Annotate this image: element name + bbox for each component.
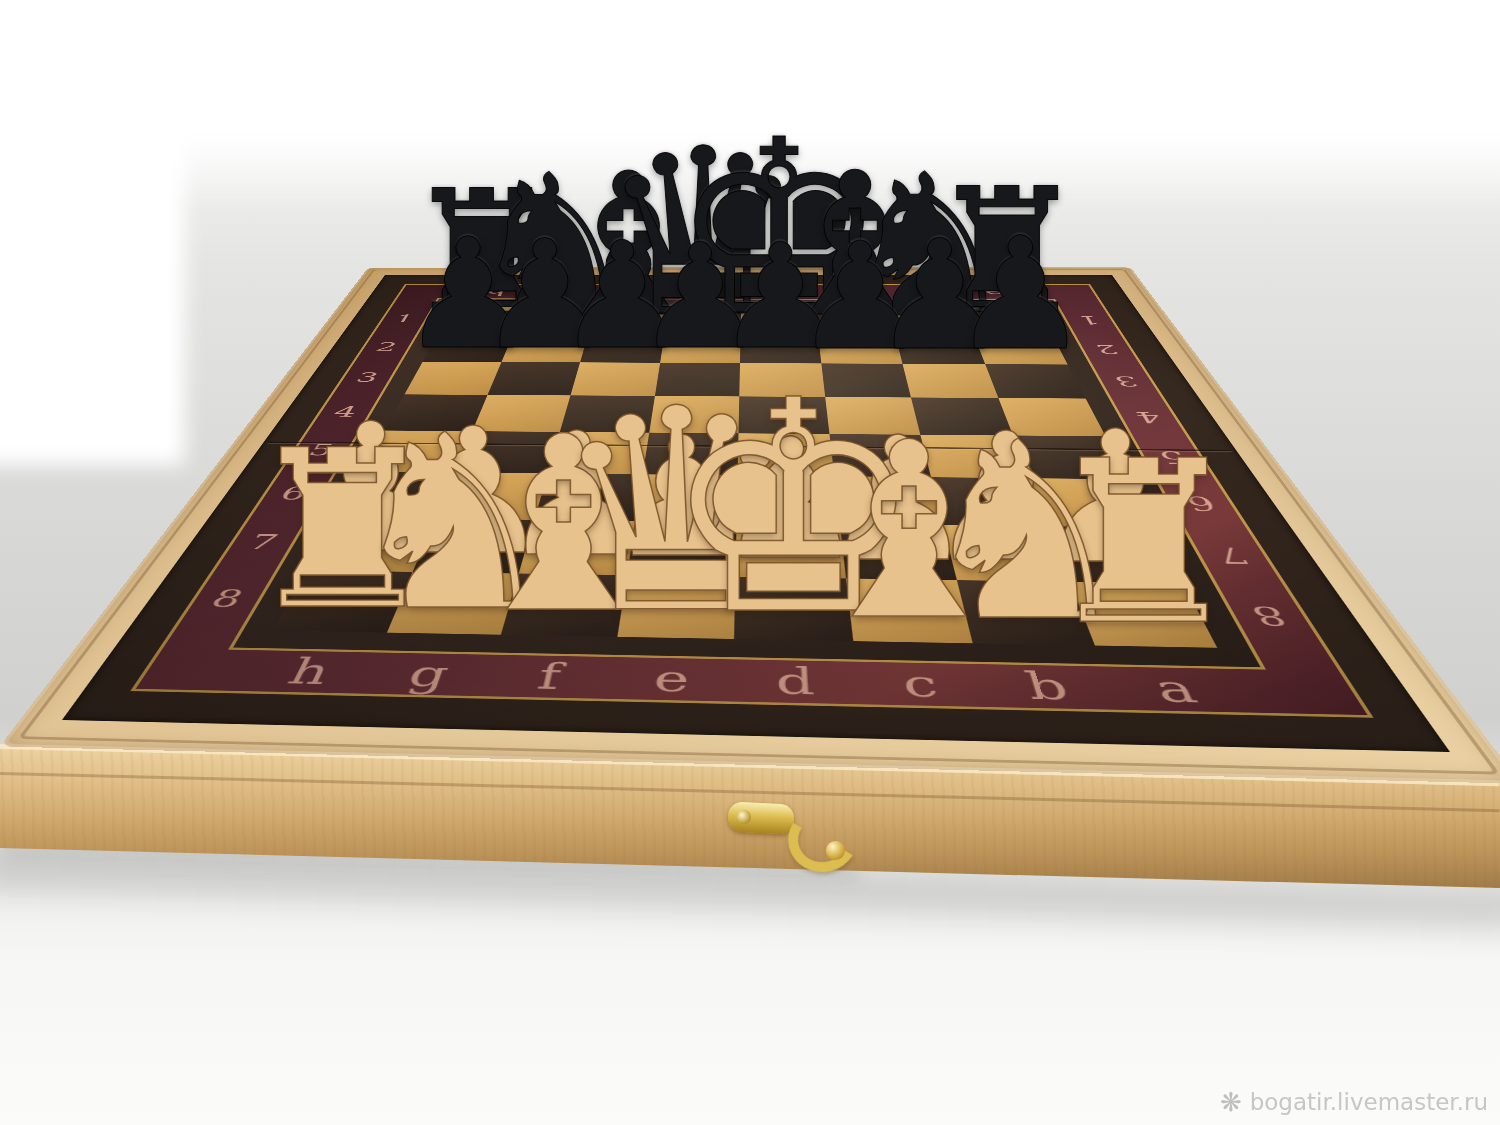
square-e4 bbox=[649, 396, 740, 434]
square-h3 bbox=[405, 362, 501, 395]
square-b5 bbox=[920, 435, 1029, 478]
square-c4 bbox=[825, 397, 921, 435]
square-d4 bbox=[738, 396, 829, 434]
square-h1 bbox=[439, 306, 525, 333]
watermark: ❋ bogatir.livemaster.ru bbox=[1220, 1087, 1488, 1117]
square-e3 bbox=[655, 363, 740, 397]
square-e8 bbox=[617, 575, 736, 639]
file-label-near-e: e bbox=[652, 658, 691, 701]
file-label-far-c: c bbox=[838, 285, 860, 299]
square-g6 bbox=[435, 472, 548, 520]
square-f8 bbox=[501, 573, 627, 637]
square-e7 bbox=[626, 521, 736, 576]
square-g3 bbox=[487, 362, 580, 395]
square-d8 bbox=[734, 576, 853, 641]
square-f6 bbox=[534, 473, 642, 521]
square-d7 bbox=[735, 522, 845, 578]
square-g4 bbox=[472, 395, 571, 432]
file-label-near-d: d bbox=[775, 660, 816, 703]
square-f4 bbox=[560, 395, 655, 432]
square-c5 bbox=[829, 434, 931, 477]
square-b3 bbox=[903, 364, 998, 398]
square-f5 bbox=[548, 432, 649, 474]
square-g2 bbox=[501, 333, 589, 363]
square-a3 bbox=[985, 364, 1086, 398]
file-label-far-e: e bbox=[695, 285, 717, 299]
square-b4 bbox=[911, 397, 1013, 435]
square-f1 bbox=[589, 306, 669, 333]
file-label-far-d: d bbox=[766, 285, 789, 299]
square-g7 bbox=[412, 519, 534, 574]
square-e5 bbox=[642, 433, 738, 475]
square-c3 bbox=[821, 363, 911, 397]
square-d5 bbox=[738, 433, 834, 476]
watermark-text: bogatir.livemaster.ru bbox=[1250, 1089, 1488, 1115]
square-b2 bbox=[895, 334, 985, 364]
square-a2 bbox=[973, 334, 1068, 365]
square-c7 bbox=[839, 524, 957, 580]
square-d1 bbox=[741, 306, 818, 333]
square-e1 bbox=[664, 306, 741, 333]
flower-gear-icon: ❋ bbox=[1220, 1087, 1242, 1117]
square-c2 bbox=[817, 333, 902, 363]
square-c1 bbox=[814, 306, 895, 333]
square-f3 bbox=[571, 362, 660, 395]
square-f7 bbox=[519, 520, 635, 575]
square-b6 bbox=[931, 477, 1048, 526]
square-c6 bbox=[834, 476, 943, 525]
square-b1 bbox=[888, 306, 973, 333]
square-d3 bbox=[739, 363, 824, 397]
file-label-far-b: b bbox=[907, 285, 934, 299]
brass-clasp-ball bbox=[826, 841, 845, 860]
square-c8 bbox=[845, 578, 972, 643]
file-label-far-g: g bbox=[552, 285, 579, 299]
brass-clasp-screw bbox=[737, 810, 751, 824]
square-g5 bbox=[454, 431, 560, 473]
square-e2 bbox=[660, 333, 741, 363]
background-highlight-top bbox=[130, 0, 1500, 210]
square-a1 bbox=[962, 307, 1051, 335]
square-d6 bbox=[737, 475, 840, 524]
square-e6 bbox=[635, 474, 738, 522]
square-g1 bbox=[514, 306, 597, 333]
square-f2 bbox=[580, 333, 664, 363]
scene: 1122334455667788hhggffeeddccbbaa ♜♞♝♛♚♝♞… bbox=[0, 0, 1500, 1125]
square-h2 bbox=[423, 332, 514, 362]
square-d2 bbox=[740, 333, 821, 363]
